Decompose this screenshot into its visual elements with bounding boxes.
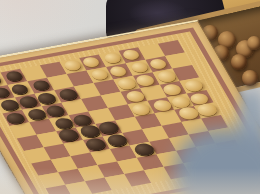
light-piece[interactable] bbox=[81, 56, 101, 68]
photo-scene bbox=[0, 0, 260, 194]
light-piece[interactable] bbox=[121, 49, 141, 61]
walnut bbox=[247, 36, 260, 50]
dark-piece[interactable] bbox=[9, 83, 30, 96]
light-piece[interactable] bbox=[89, 68, 110, 81]
light-piece[interactable] bbox=[148, 58, 169, 71]
walnut bbox=[231, 54, 247, 70]
light-piece[interactable] bbox=[63, 59, 83, 71]
walnut bbox=[242, 70, 258, 86]
depth-of-field-overlay bbox=[0, 168, 260, 194]
light-piece[interactable] bbox=[108, 65, 129, 78]
